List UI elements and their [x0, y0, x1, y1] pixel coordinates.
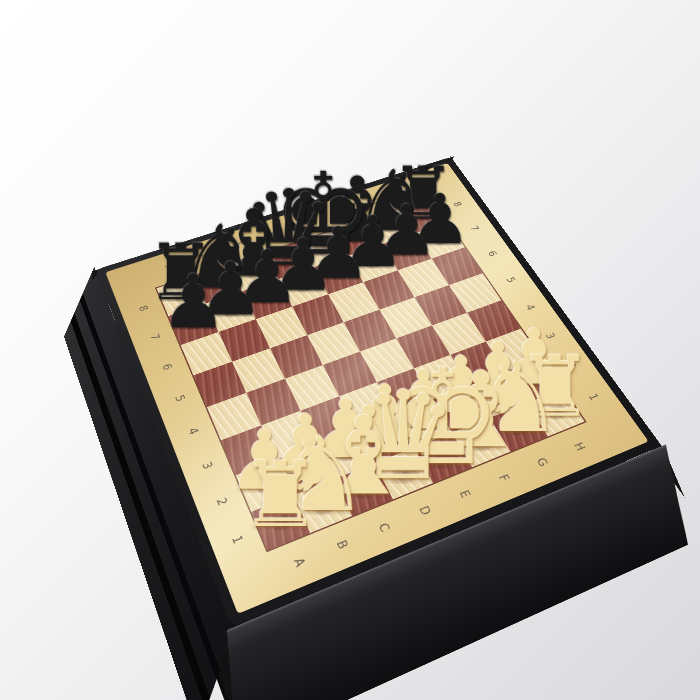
chess-case: AA88BB77CC66DD55EE44FF33GG22HH11 ♜♞♝♛♚♝♞… [95, 157, 662, 628]
chess-set-photo: AA88BB77CC66DD55EE44FF33GG22HH11 ♜♞♝♛♚♝♞… [0, 0, 700, 700]
photo-scene: AA88BB77CC66DD55EE44FF33GG22HH11 ♜♞♝♛♚♝♞… [0, 0, 700, 700]
